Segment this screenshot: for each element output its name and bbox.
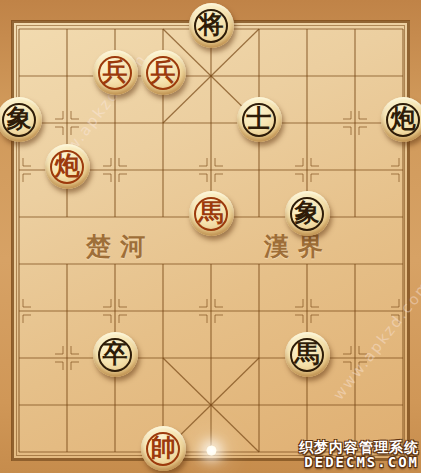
- piece-glyph: 士: [247, 106, 272, 131]
- piece-glyph: 卒: [103, 341, 128, 366]
- piece-black-advisor[interactable]: 士: [237, 97, 282, 142]
- piece-ring: 帥: [146, 432, 180, 466]
- piece-glyph: 象: [295, 200, 320, 225]
- piece-glyph: 炮: [55, 153, 80, 178]
- piece-glyph: 将: [199, 12, 224, 37]
- piece-ring: 将: [194, 9, 228, 43]
- piece-glyph: 馬: [199, 200, 224, 225]
- watermark-cms-domain: DEDECMS.COM: [299, 455, 419, 470]
- piece-ring: 卒: [98, 338, 132, 372]
- piece-ring: 士: [242, 103, 276, 137]
- watermark-dedecms: 织梦内容管理系统 DEDECMS.COM: [299, 440, 419, 470]
- piece-red-soldier[interactable]: 兵: [141, 50, 186, 95]
- piece-black-soldier[interactable]: 卒: [93, 332, 138, 377]
- piece-ring: 象: [2, 103, 36, 137]
- piece-glyph: 馬: [295, 341, 320, 366]
- piece-ring: 兵: [146, 56, 180, 90]
- piece-black-elephant[interactable]: 象: [285, 191, 330, 236]
- piece-ring: 兵: [98, 56, 132, 90]
- piece-glyph: 帥: [151, 435, 176, 460]
- xiangqi-board: 楚河 漢界 www.apkzd.com www.apkzd.com 将兵兵象士炮…: [0, 0, 421, 473]
- move-indicator-dot[interactable]: [206, 445, 217, 456]
- piece-ring: 馬: [194, 197, 228, 231]
- piece-glyph: 兵: [151, 59, 176, 84]
- board-grid: 将兵兵象士炮炮馬象卒馬帥: [0, 5, 421, 473]
- piece-red-cannon[interactable]: 炮: [45, 144, 90, 189]
- piece-red-general[interactable]: 帥: [141, 426, 186, 471]
- piece-glyph: 兵: [103, 59, 128, 84]
- piece-black-elephant[interactable]: 象: [0, 97, 42, 142]
- piece-ring: 炮: [386, 103, 420, 137]
- piece-glyph: 象: [7, 106, 32, 131]
- piece-black-cannon[interactable]: 炮: [381, 97, 421, 142]
- piece-ring: 炮: [50, 150, 84, 184]
- piece-black-general[interactable]: 将: [189, 3, 234, 48]
- piece-red-soldier[interactable]: 兵: [93, 50, 138, 95]
- piece-ring: 馬: [290, 338, 324, 372]
- piece-ring: 象: [290, 197, 324, 231]
- piece-glyph: 炮: [391, 106, 416, 131]
- piece-red-horse[interactable]: 馬: [189, 191, 234, 236]
- piece-black-horse[interactable]: 馬: [285, 332, 330, 377]
- watermark-cms-text: 织梦内容管理系统: [299, 440, 419, 455]
